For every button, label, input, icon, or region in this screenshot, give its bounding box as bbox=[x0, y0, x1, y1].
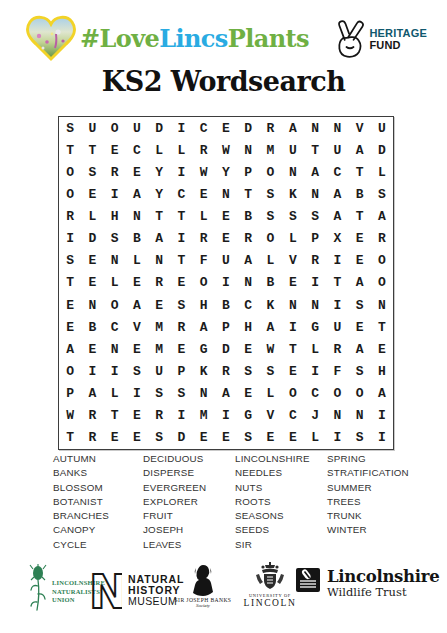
heritage-fund-logo: HERITAGE FUND bbox=[335, 18, 427, 60]
grid-cell-r5c5: T bbox=[148, 206, 170, 228]
word-list-item: TRUNK bbox=[327, 509, 409, 523]
word-list-item: ROOTS bbox=[235, 495, 327, 509]
grid-cell-r2c15: D bbox=[371, 139, 393, 161]
grid-cell-r8c7: O bbox=[193, 272, 215, 294]
grid-cell-r8c5: R bbox=[148, 272, 170, 294]
grid-cell-r2c14: A bbox=[348, 139, 370, 161]
grid-cell-r2c2: T bbox=[81, 139, 103, 161]
grid-cell-r13c4: I bbox=[126, 383, 148, 405]
grid-cell-r7c4: L bbox=[126, 250, 148, 272]
grid-cell-r3c10: O bbox=[259, 161, 281, 183]
grid-cell-r15c1: T bbox=[59, 427, 81, 449]
grid-cell-r7c12: R bbox=[304, 250, 326, 272]
grid-cell-r7c14: E bbox=[348, 250, 370, 272]
grid-cell-r8c12: I bbox=[304, 272, 326, 294]
grid-cell-r13c7: N bbox=[193, 383, 215, 405]
grid-cell-r4c10: S bbox=[259, 183, 281, 205]
grid-cell-r2c13: U bbox=[326, 139, 348, 161]
grid-cell-r11c3: N bbox=[104, 338, 126, 360]
grid-cell-r10c15: T bbox=[371, 316, 393, 338]
grid-cell-r5c8: E bbox=[215, 206, 237, 228]
grid-cell-r1c1: S bbox=[59, 117, 81, 139]
grid-cell-r13c6: S bbox=[170, 383, 192, 405]
grid-cell-r10c8: P bbox=[215, 316, 237, 338]
grid-cell-r12c14: S bbox=[348, 360, 370, 382]
grid-cell-r15c9: S bbox=[237, 427, 259, 449]
grid-cell-r15c14: S bbox=[348, 427, 370, 449]
grid-cell-r10c14: E bbox=[348, 316, 370, 338]
worksheet-page: #LoveLincsPlants HERITAGE FUND KS2 Words… bbox=[0, 0, 447, 633]
grid-cell-r12c7: K bbox=[193, 360, 215, 382]
grid-cell-r10c2: B bbox=[81, 316, 103, 338]
grid-cell-r14c2: R bbox=[81, 405, 103, 427]
grid-cell-r6c5: A bbox=[148, 228, 170, 250]
footer-logos: LINCOLNSHIRE NATURALISTS' UNION N NATURA… bbox=[28, 560, 426, 624]
grid-cell-r15c11: E bbox=[282, 427, 304, 449]
grid-cell-r8c10: B bbox=[259, 272, 281, 294]
grid-cell-r1c13: N bbox=[326, 117, 348, 139]
grid-cell-r14c6: I bbox=[170, 405, 192, 427]
grid-cell-r12c15: H bbox=[371, 360, 393, 382]
grid-cell-r11c15: E bbox=[371, 338, 393, 360]
grid-cell-r5c2: L bbox=[81, 206, 103, 228]
grid-cell-r9c2: N bbox=[81, 294, 103, 316]
grid-cell-r1c9: D bbox=[237, 117, 259, 139]
grid-cell-r2c3: E bbox=[104, 139, 126, 161]
grid-cell-r9c5: E bbox=[148, 294, 170, 316]
grid-cell-r14c8: I bbox=[215, 405, 237, 427]
grid-cell-r5c4: N bbox=[126, 206, 148, 228]
grid-cell-r10c12: G bbox=[304, 316, 326, 338]
grid-cell-r5c3: H bbox=[104, 206, 126, 228]
grid-cell-r14c14: N bbox=[348, 405, 370, 427]
grid-cell-r3c6: I bbox=[170, 161, 192, 183]
grid-cell-r8c9: N bbox=[237, 272, 259, 294]
grid-cell-r5c1: R bbox=[59, 206, 81, 228]
nhm-n-icon: N bbox=[88, 566, 122, 614]
grid-cell-r5c13: A bbox=[326, 206, 348, 228]
word-list-item: BOTANIST bbox=[53, 495, 143, 509]
grid-cell-r3c13: C bbox=[326, 161, 348, 183]
grid-cell-r5c12: S bbox=[304, 206, 326, 228]
grid-cell-r5c11: S bbox=[282, 206, 304, 228]
grid-cell-r12c2: I bbox=[81, 360, 103, 382]
grid-cell-r2c4: C bbox=[126, 139, 148, 161]
grid-cell-r11c1: A bbox=[59, 338, 81, 360]
grid-cell-r11c8: D bbox=[215, 338, 237, 360]
grid-cell-r9c7: H bbox=[193, 294, 215, 316]
word-list-item: EVERGREEN bbox=[143, 481, 235, 495]
fund-word: FUND bbox=[369, 39, 427, 51]
grid-cell-r4c11: K bbox=[282, 183, 304, 205]
thistle-plant-icon bbox=[28, 564, 50, 612]
grid-cell-r13c2: A bbox=[81, 383, 103, 405]
grid-cell-r5c14: T bbox=[348, 206, 370, 228]
grid-cell-r4c7: E bbox=[193, 183, 215, 205]
grid-cell-r12c5: U bbox=[148, 360, 170, 382]
grid-cell-r3c14: T bbox=[348, 161, 370, 183]
grid-cell-r9c10: K bbox=[259, 294, 281, 316]
word-list-item: SPRING bbox=[327, 452, 409, 466]
grid-cell-r2c8: W bbox=[215, 139, 237, 161]
grid-cell-r4c4: A bbox=[126, 183, 148, 205]
grid-cell-r4c12: N bbox=[304, 183, 326, 205]
grid-cell-r9c11: N bbox=[282, 294, 304, 316]
grid-cell-r14c1: W bbox=[59, 405, 81, 427]
crossed-fingers-icon bbox=[335, 18, 365, 60]
grid-cell-r8c2: E bbox=[81, 272, 103, 294]
grid-cell-r10c6: R bbox=[170, 316, 192, 338]
grid-cell-r13c12: C bbox=[304, 383, 326, 405]
grid-cell-r11c5: M bbox=[148, 338, 170, 360]
word-list-item: SEEDS bbox=[235, 523, 327, 537]
wordsearch-grid: SUOUDICEDRANNVUTTECLLRWNMUTUADOSREYIWYPO… bbox=[58, 116, 394, 450]
grid-cell-r9c3: O bbox=[104, 294, 126, 316]
grid-cell-r10c11: I bbox=[282, 316, 304, 338]
grid-cell-r7c7: F bbox=[193, 250, 215, 272]
grid-cell-r3c1: O bbox=[59, 161, 81, 183]
grid-cell-r5c10: S bbox=[259, 206, 281, 228]
word-list-item: LEAVES bbox=[143, 538, 235, 552]
grid-cell-r2c9: N bbox=[237, 139, 259, 161]
grid-cell-r13c14: O bbox=[348, 383, 370, 405]
grid-cell-r3c8: Y bbox=[215, 161, 237, 183]
grid-cell-r11c6: E bbox=[170, 338, 192, 360]
grid-cell-r7c3: N bbox=[104, 250, 126, 272]
grid-cell-r6c3: S bbox=[104, 228, 126, 250]
grid-cell-r9c12: N bbox=[304, 294, 326, 316]
grid-cell-r1c12: N bbox=[304, 117, 326, 139]
grid-cell-r12c10: S bbox=[259, 360, 281, 382]
grid-cell-r13c13: O bbox=[326, 383, 348, 405]
grid-cell-r8c15: O bbox=[371, 272, 393, 294]
grid-cell-r5c6: T bbox=[170, 206, 192, 228]
hashtag-lincs: Lincs bbox=[159, 24, 228, 53]
grid-cell-r14c9: G bbox=[237, 405, 259, 427]
grid-cell-r15c6: D bbox=[170, 427, 192, 449]
grid-cell-r4c9: T bbox=[237, 183, 259, 205]
grid-cell-r7c1: S bbox=[59, 250, 81, 272]
sjb-society-label: Society bbox=[174, 603, 232, 608]
grid-cell-r6c1: I bbox=[59, 228, 81, 250]
grid-cell-r15c2: R bbox=[81, 427, 103, 449]
grid-cell-r7c8: U bbox=[215, 250, 237, 272]
lincoln-crest-icon bbox=[256, 562, 284, 592]
grid-cell-r1c7: C bbox=[193, 117, 215, 139]
grid-cell-r6c4: B bbox=[126, 228, 148, 250]
word-list-item: TREES bbox=[327, 495, 409, 509]
badger-icon bbox=[296, 568, 320, 592]
grid-cell-r7c15: O bbox=[371, 250, 393, 272]
word-list-item: DISPERSE bbox=[143, 466, 235, 480]
grid-cell-r4c15: S bbox=[371, 183, 393, 205]
grid-cell-r12c1: O bbox=[59, 360, 81, 382]
grid-cell-r13c1: P bbox=[59, 383, 81, 405]
grid-cell-r2c5: L bbox=[148, 139, 170, 161]
grid-cell-r11c13: R bbox=[326, 338, 348, 360]
grid-cell-r3c4: E bbox=[126, 161, 148, 183]
grid-cell-r6c2: D bbox=[81, 228, 103, 250]
uol-lincoln-label: LINCOLN bbox=[241, 598, 299, 608]
grid-cell-r10c10: A bbox=[259, 316, 281, 338]
grid-cell-r9c1: E bbox=[59, 294, 81, 316]
grid-cell-r9c4: A bbox=[126, 294, 148, 316]
grid-cell-r12c13: F bbox=[326, 360, 348, 382]
lovelincsplants-heart-logo bbox=[25, 14, 77, 64]
grid-cell-r11c14: A bbox=[348, 338, 370, 360]
grid-cell-r4c1: O bbox=[59, 183, 81, 205]
word-list-item: CYCLE bbox=[53, 538, 143, 552]
grid-cell-r1c3: O bbox=[104, 117, 126, 139]
grid-cell-r6c6: I bbox=[170, 228, 192, 250]
grid-cell-r15c10: E bbox=[259, 427, 281, 449]
lincolnshire-wildlife-trust-logo: Lincolnshire Wildlife Trust bbox=[296, 568, 439, 599]
lwt-lincolnshire-label: Lincolnshire bbox=[327, 568, 439, 585]
grid-cell-r7c2: E bbox=[81, 250, 103, 272]
grid-cell-r13c15: A bbox=[371, 383, 393, 405]
word-list-item: JOSEPH bbox=[143, 523, 235, 537]
grid-cell-r1c14: V bbox=[348, 117, 370, 139]
grid-cell-r11c2: E bbox=[81, 338, 103, 360]
grid-cell-r1c2: U bbox=[81, 117, 103, 139]
grid-cell-r13c8: A bbox=[215, 383, 237, 405]
grid-cell-r4c5: Y bbox=[148, 183, 170, 205]
grid-cell-r15c13: I bbox=[326, 427, 348, 449]
grid-cell-r10c13: U bbox=[326, 316, 348, 338]
grid-cell-r14c3: T bbox=[104, 405, 126, 427]
grid-cell-r15c5: S bbox=[148, 427, 170, 449]
grid-cell-r11c12: L bbox=[304, 338, 326, 360]
grid-cell-r6c9: R bbox=[237, 228, 259, 250]
grid-cell-r9c9: C bbox=[237, 294, 259, 316]
grid-cell-r3c3: R bbox=[104, 161, 126, 183]
svg-text:N: N bbox=[89, 566, 122, 614]
grid-cell-r3c7: W bbox=[193, 161, 215, 183]
grid-cell-r4c3: I bbox=[104, 183, 126, 205]
grid-cell-r10c7: A bbox=[193, 316, 215, 338]
grid-cell-r4c8: N bbox=[215, 183, 237, 205]
grid-cell-r7c5: N bbox=[148, 250, 170, 272]
grid-cell-r6c13: X bbox=[326, 228, 348, 250]
grid-cell-r3c2: S bbox=[81, 161, 103, 183]
grid-cell-r2c10: M bbox=[259, 139, 281, 161]
heritage-fund-wordmark: HERITAGE FUND bbox=[369, 27, 427, 51]
grid-cell-r7c6: T bbox=[170, 250, 192, 272]
grid-cell-r10c3: C bbox=[104, 316, 126, 338]
word-list-item: LINCOLNSHIRE bbox=[235, 452, 327, 466]
grid-cell-r1c6: I bbox=[170, 117, 192, 139]
grid-cell-r7c11: V bbox=[282, 250, 304, 272]
word-list-item: BRANCHES bbox=[53, 509, 143, 523]
grid-cell-r4c2: E bbox=[81, 183, 103, 205]
grid-cell-r15c4: E bbox=[126, 427, 148, 449]
grid-cell-r5c9: B bbox=[237, 206, 259, 228]
grid-cell-r14c5: R bbox=[148, 405, 170, 427]
grid-cell-r15c7: E bbox=[193, 427, 215, 449]
grid-cell-r15c3: E bbox=[104, 427, 126, 449]
grid-cell-r11c9: E bbox=[237, 338, 259, 360]
grid-cell-r15c8: E bbox=[215, 427, 237, 449]
grid-cell-r9c8: B bbox=[215, 294, 237, 316]
grid-cell-r8c1: T bbox=[59, 272, 81, 294]
grid-cell-r4c6: C bbox=[170, 183, 192, 205]
grid-cell-r13c11: O bbox=[282, 383, 304, 405]
grid-cell-r4c13: A bbox=[326, 183, 348, 205]
grid-cell-r14c13: N bbox=[326, 405, 348, 427]
grid-cell-r14c4: E bbox=[126, 405, 148, 427]
grid-cell-r3c15: L bbox=[371, 161, 393, 183]
grid-cell-r2c7: R bbox=[193, 139, 215, 161]
word-list-column: DECIDUOUSDISPERSEEVERGREENEXPLORERFRUITJ… bbox=[143, 452, 235, 552]
grid-cell-r10c5: M bbox=[148, 316, 170, 338]
grid-cell-r9c13: I bbox=[326, 294, 348, 316]
grid-cell-r1c11: A bbox=[282, 117, 304, 139]
lovelincsplants-wordmark: #LoveLincsPlants bbox=[80, 24, 309, 53]
grid-cell-r11c4: E bbox=[126, 338, 148, 360]
grid-cell-r4c14: B bbox=[348, 183, 370, 205]
banks-silhouette-icon bbox=[190, 564, 216, 596]
word-list-item: AUTUMN bbox=[53, 452, 143, 466]
grid-cell-r6c7: R bbox=[193, 228, 215, 250]
grid-cell-r6c8: E bbox=[215, 228, 237, 250]
grid-cell-r11c7: G bbox=[193, 338, 215, 360]
grid-cell-r14c15: I bbox=[371, 405, 393, 427]
grid-cell-r12c6: P bbox=[170, 360, 192, 382]
grid-cell-r6c14: E bbox=[348, 228, 370, 250]
grid-cell-r13c5: S bbox=[148, 383, 170, 405]
university-of-lincoln-logo: UNIVERSITY OF LINCOLN bbox=[241, 562, 299, 608]
grid-cell-r3c11: N bbox=[282, 161, 304, 183]
grid-cell-r3c9: P bbox=[237, 161, 259, 183]
grid-cell-r14c11: C bbox=[282, 405, 304, 427]
grid-cell-r11c10: W bbox=[259, 338, 281, 360]
page-title: KS2 Wordsearch bbox=[0, 66, 447, 97]
word-list-item: SUMMER bbox=[327, 481, 409, 495]
grid-cell-r10c1: E bbox=[59, 316, 81, 338]
word-list-item: SIR bbox=[235, 538, 327, 552]
grid-cell-r3c12: A bbox=[304, 161, 326, 183]
grid-cell-r5c7: L bbox=[193, 206, 215, 228]
grid-cell-r7c13: I bbox=[326, 250, 348, 272]
grid-cell-r8c11: E bbox=[282, 272, 304, 294]
grid-cell-r2c11: U bbox=[282, 139, 304, 161]
grid-cell-r15c12: L bbox=[304, 427, 326, 449]
grid-cell-r6c11: L bbox=[282, 228, 304, 250]
word-list-item: BLOSSOM bbox=[53, 481, 143, 495]
hashtag-love: #Love bbox=[80, 24, 159, 53]
word-list-item: NEEDLES bbox=[235, 466, 327, 480]
grid-cell-r12c9: S bbox=[237, 360, 259, 382]
grid-cell-r6c15: R bbox=[371, 228, 393, 250]
grid-cell-r14c10: V bbox=[259, 405, 281, 427]
grid-cell-r9c6: S bbox=[170, 294, 192, 316]
grid-cell-r8c4: E bbox=[126, 272, 148, 294]
grid-cell-r14c12: J bbox=[304, 405, 326, 427]
grid-cell-r13c9: E bbox=[237, 383, 259, 405]
grid-cell-r1c10: R bbox=[259, 117, 281, 139]
grid-cell-r6c12: P bbox=[304, 228, 326, 250]
grid-cell-r2c1: T bbox=[59, 139, 81, 161]
grid-cell-r1c15: U bbox=[371, 117, 393, 139]
grid-cell-r13c3: L bbox=[104, 383, 126, 405]
grid-cell-r10c9: H bbox=[237, 316, 259, 338]
hashtag-plants: Plants bbox=[228, 24, 309, 53]
lwt-wordmark: Lincolnshire Wildlife Trust bbox=[327, 568, 439, 599]
grid-cell-r6c10: O bbox=[259, 228, 281, 250]
word-list-item: BANKS bbox=[53, 466, 143, 480]
grid-cell-r12c3: I bbox=[104, 360, 126, 382]
grid-cell-r15c15: I bbox=[371, 427, 393, 449]
sir-joseph-banks-society-logo: SIR JOSEPH BANKS Society bbox=[174, 564, 232, 608]
word-list-item: DECIDUOUS bbox=[143, 452, 235, 466]
grid-cell-r7c9: A bbox=[237, 250, 259, 272]
header: #LoveLincsPlants HERITAGE FUND bbox=[0, 0, 447, 66]
word-list-item: CANOPY bbox=[53, 523, 143, 537]
grid-cell-r9c15: N bbox=[371, 294, 393, 316]
word-list: AUTUMNBANKSBLOSSOMBOTANISTBRANCHESCANOPY… bbox=[53, 452, 409, 552]
grid-cell-r3c5: Y bbox=[148, 161, 170, 183]
grid-cell-r2c12: T bbox=[304, 139, 326, 161]
grid-cell-r2c6: L bbox=[170, 139, 192, 161]
grid-cell-r10c4: V bbox=[126, 316, 148, 338]
grid-cell-r8c14: A bbox=[348, 272, 370, 294]
word-list-item: STRATIFICATION bbox=[327, 466, 409, 480]
heritage-word: HERITAGE bbox=[369, 27, 427, 39]
grid-cell-r7c10: L bbox=[259, 250, 281, 272]
grid-cell-r14c7: M bbox=[193, 405, 215, 427]
grid-cell-r8c8: I bbox=[215, 272, 237, 294]
grid-cell-r1c4: U bbox=[126, 117, 148, 139]
word-list-item: NUTS bbox=[235, 481, 327, 495]
natural-history-museum-logo: N NATURAL HISTORY MUSEUM bbox=[88, 566, 184, 614]
grid-cell-r12c8: R bbox=[215, 360, 237, 382]
grid-cell-r8c6: E bbox=[170, 272, 192, 294]
word-list-column: SPRINGSTRATIFICATIONSUMMERTREESTRUNKWINT… bbox=[327, 452, 409, 552]
lwt-wildlife-trust-label: Wildlife Trust bbox=[327, 585, 439, 599]
grid-cell-r12c11: E bbox=[282, 360, 304, 382]
grid-cell-r8c3: L bbox=[104, 272, 126, 294]
grid-cell-r8c13: T bbox=[326, 272, 348, 294]
word-list-item: SEASONS bbox=[235, 509, 327, 523]
word-list-item: EXPLORER bbox=[143, 495, 235, 509]
word-list-item: FRUIT bbox=[143, 509, 235, 523]
grid-cell-r13c10: L bbox=[259, 383, 281, 405]
word-list-item: WINTER bbox=[327, 523, 409, 537]
grid-cell-r1c5: D bbox=[148, 117, 170, 139]
grid-cell-r5c15: A bbox=[371, 206, 393, 228]
grid-cell-r1c8: E bbox=[215, 117, 237, 139]
word-list-column: AUTUMNBANKSBLOSSOMBOTANISTBRANCHESCANOPY… bbox=[53, 452, 143, 552]
word-list-column: LINCOLNSHIRENEEDLESNUTSROOTSSEASONSSEEDS… bbox=[235, 452, 327, 552]
grid-cell-r9c14: S bbox=[348, 294, 370, 316]
grid-cell-r12c12: I bbox=[304, 360, 326, 382]
grid-cell-r12c4: S bbox=[126, 360, 148, 382]
grid-cell-r11c11: T bbox=[282, 338, 304, 360]
